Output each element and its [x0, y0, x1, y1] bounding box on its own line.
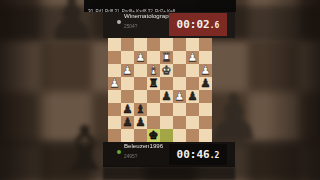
square-d6[interactable] [160, 103, 173, 116]
square-d7[interactable] [160, 116, 173, 129]
square-g7[interactable]: ♟ [121, 116, 134, 129]
square-d5[interactable]: ♟ [160, 90, 173, 103]
square-e4[interactable]: ♜ [147, 77, 160, 90]
square-a1[interactable] [199, 38, 212, 51]
white-king-piece[interactable]: ♚ [160, 64, 173, 77]
black-rook-piece[interactable]: ♜ [147, 77, 160, 90]
move-list-bar: 30. Rd1 Rd8 31. Rxd8+ Kxd8 32. Rd2+ Ke8 [84, 0, 236, 12]
square-g4[interactable] [121, 77, 134, 90]
square-c6[interactable] [173, 103, 186, 116]
square-c3[interactable] [173, 64, 186, 77]
bottom-player-online-icon [117, 150, 121, 154]
square-e6[interactable] [147, 103, 160, 116]
square-f7[interactable]: ♟ [134, 116, 147, 129]
square-b3[interactable] [186, 64, 199, 77]
square-b6[interactable] [186, 103, 199, 116]
video-bottom-strip [103, 167, 235, 180]
square-f2[interactable]: ♟ [134, 51, 147, 64]
square-b8[interactable] [186, 129, 199, 142]
square-e5[interactable] [147, 90, 160, 103]
top-player-bar: Winematolographer 2504? 00:02.6 [103, 12, 235, 38]
video-frame: ♟ ♝ ♟ 30. Rd1 Rd8 31. Rxd8+ Kxd8 32. Rd2… [0, 0, 320, 180]
black-king-piece[interactable]: ♚ [147, 129, 160, 142]
top-player-clock: 00:02.6 [169, 13, 227, 36]
white-pawn-piece[interactable]: ♟ [121, 64, 134, 77]
square-c8[interactable] [173, 129, 186, 142]
top-player-rating: 2504? [124, 24, 137, 30]
square-a6[interactable] [199, 103, 212, 116]
square-f3[interactable] [134, 64, 147, 77]
bottom-player-clock: 00:46.2 [169, 144, 227, 165]
black-pawn-piece[interactable]: ♟ [160, 90, 173, 103]
square-d3[interactable]: ♚ [160, 64, 173, 77]
square-f8[interactable] [134, 129, 147, 142]
black-pawn-piece[interactable]: ♟ [199, 77, 212, 90]
square-b2[interactable]: ♟ [186, 51, 199, 64]
square-c7[interactable] [173, 116, 186, 129]
top-clock-time: 00:02 [177, 18, 210, 31]
white-pawn-piece[interactable]: ♟ [186, 51, 199, 64]
square-f4[interactable] [134, 77, 147, 90]
square-h8[interactable] [108, 129, 121, 142]
square-g3[interactable]: ♟ [121, 64, 134, 77]
square-e8[interactable]: ♚ [147, 129, 160, 142]
square-a4[interactable]: ♟ [199, 77, 212, 90]
square-c5[interactable]: ♟ [173, 90, 186, 103]
bottom-clock-tenths: .2 [210, 151, 220, 160]
square-a7[interactable] [199, 116, 212, 129]
square-h2[interactable] [108, 51, 121, 64]
bottom-player-rating: 2495? [124, 154, 137, 160]
chess-board[interactable]: ♟♜♟♟♝♚♟♟♜♟♟♟♟♟♝♟♟♚ [108, 38, 212, 142]
bottom-clock-time: 00:46 [177, 148, 210, 161]
square-h4[interactable]: ♟ [108, 77, 121, 90]
square-e1[interactable] [147, 38, 160, 51]
white-pawn-piece[interactable]: ♟ [134, 51, 147, 64]
square-h7[interactable] [108, 116, 121, 129]
square-b7[interactable] [186, 116, 199, 129]
black-pawn-piece[interactable]: ♟ [134, 116, 147, 129]
square-d8[interactable] [160, 129, 173, 142]
square-h1[interactable] [108, 38, 121, 51]
square-g1[interactable] [121, 38, 134, 51]
white-pawn-piece[interactable]: ♟ [108, 77, 121, 90]
bottom-player-name: Beleuzen1996 [124, 143, 163, 150]
black-pawn-piece[interactable]: ♟ [121, 116, 134, 129]
bottom-player-bar: Beleuzen1996 2495? 00:46.2 [103, 142, 235, 167]
square-b5[interactable]: ♟ [186, 90, 199, 103]
square-h6[interactable] [108, 103, 121, 116]
black-pawn-piece[interactable]: ♟ [186, 90, 199, 103]
white-pawn-piece[interactable]: ♟ [173, 90, 186, 103]
square-c2[interactable] [173, 51, 186, 64]
square-h5[interactable] [108, 90, 121, 103]
square-g8[interactable] [121, 129, 134, 142]
square-a5[interactable] [199, 90, 212, 103]
top-clock-tenths: .6 [210, 21, 220, 30]
top-player-status-icon [117, 20, 121, 24]
square-c1[interactable] [173, 38, 186, 51]
square-a8[interactable] [199, 129, 212, 142]
